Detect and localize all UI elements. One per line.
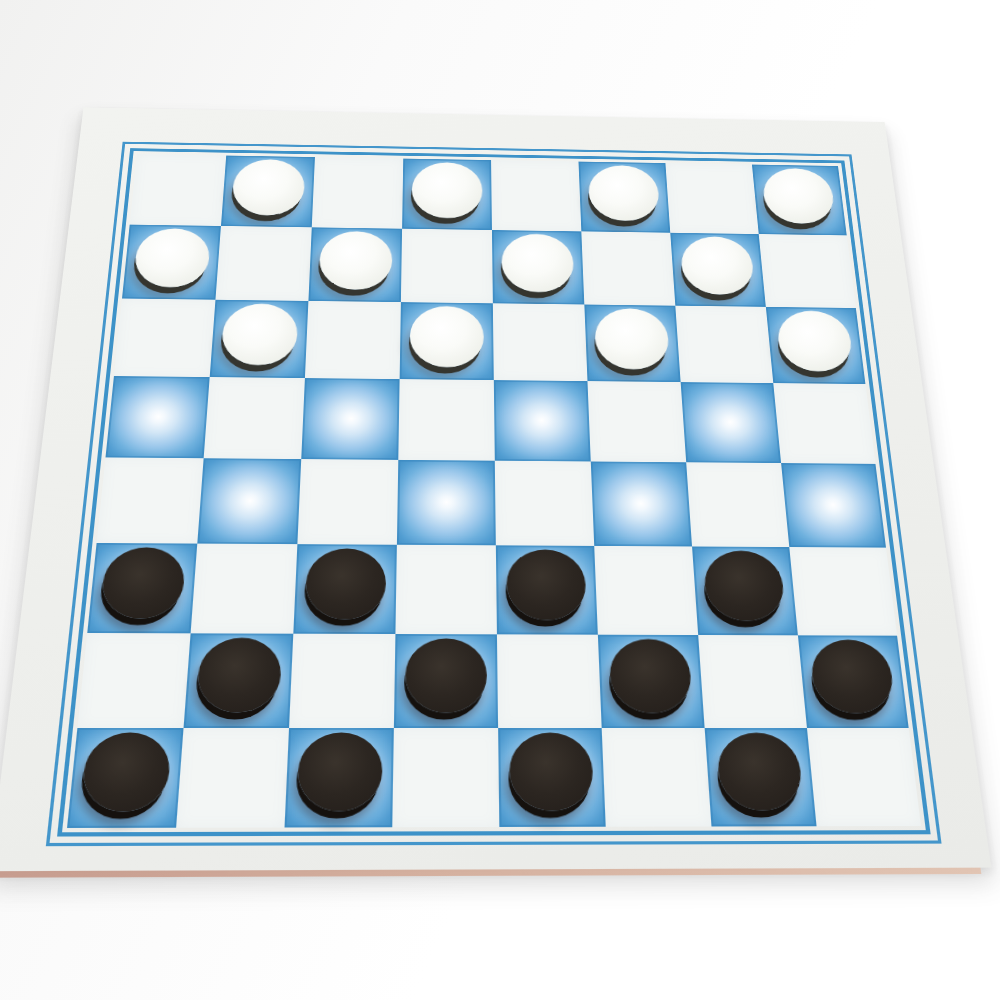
- black-checker[interactable]: [509, 732, 595, 811]
- square-r1c2[interactable]: [221, 156, 315, 228]
- black-checker[interactable]: [296, 732, 383, 811]
- white-checker[interactable]: [761, 168, 837, 225]
- square-r7c8[interactable]: [798, 635, 909, 728]
- black-checker[interactable]: [808, 639, 896, 713]
- square-r8c4: [392, 728, 499, 827]
- square-r7c1: [77, 633, 190, 728]
- square-r4c5[interactable]: [494, 380, 591, 461]
- board-plane: [67, 154, 921, 828]
- square-r8c5[interactable]: [498, 728, 606, 827]
- square-r2c1[interactable]: [122, 225, 221, 300]
- square-r2c7[interactable]: [670, 233, 766, 307]
- square-r1c3: [312, 157, 403, 229]
- square-r2c2: [215, 226, 311, 301]
- square-r7c4[interactable]: [394, 634, 498, 728]
- square-r1c4[interactable]: [402, 159, 492, 230]
- square-r7c7: [698, 635, 807, 728]
- square-r8c8: [807, 728, 921, 826]
- square-r6c8: [789, 547, 897, 636]
- white-checker[interactable]: [501, 233, 575, 292]
- black-checker[interactable]: [506, 549, 587, 620]
- black-checker[interactable]: [99, 547, 187, 619]
- square-r5c7: [686, 462, 789, 547]
- square-r4c6: [587, 381, 686, 462]
- square-r4c8: [773, 383, 875, 464]
- square-r4c7[interactable]: [681, 382, 781, 463]
- black-checker[interactable]: [405, 638, 488, 713]
- square-r6c2: [191, 544, 298, 634]
- square-r2c8: [759, 234, 856, 308]
- white-checker[interactable]: [133, 228, 212, 288]
- white-checker[interactable]: [318, 231, 393, 291]
- black-checker[interactable]: [80, 732, 173, 812]
- square-r2c3[interactable]: [308, 227, 402, 302]
- square-r1c8[interactable]: [752, 165, 847, 236]
- black-checker[interactable]: [304, 548, 387, 620]
- square-r3c2[interactable]: [210, 300, 309, 378]
- square-r3c1: [114, 299, 216, 378]
- square-r2c6: [581, 231, 675, 305]
- black-checker[interactable]: [702, 550, 787, 621]
- square-r1c5: [491, 160, 581, 231]
- square-r2c5[interactable]: [492, 230, 584, 304]
- square-r7c3: [289, 634, 395, 728]
- square-r1c7: [665, 163, 758, 234]
- square-r4c1[interactable]: [105, 376, 209, 458]
- white-checker[interactable]: [220, 303, 299, 366]
- square-r8c7[interactable]: [705, 728, 817, 826]
- square-r7c6[interactable]: [598, 635, 705, 729]
- square-r8c3[interactable]: [285, 728, 394, 827]
- square-r1c1: [130, 154, 227, 226]
- square-r6c7[interactable]: [692, 546, 798, 635]
- black-checker[interactable]: [608, 639, 693, 714]
- square-r7c5: [497, 634, 602, 728]
- white-checker[interactable]: [231, 159, 306, 216]
- square-r3c4[interactable]: [400, 302, 494, 380]
- square-r7c2[interactable]: [184, 633, 294, 728]
- square-r6c3[interactable]: [293, 544, 397, 634]
- square-r4c4: [398, 379, 495, 461]
- square-r8c6: [602, 728, 712, 827]
- square-r5c8[interactable]: [781, 463, 886, 548]
- white-checker[interactable]: [587, 165, 660, 222]
- white-checker[interactable]: [775, 310, 855, 372]
- white-checker[interactable]: [409, 306, 484, 368]
- square-r3c5: [493, 303, 588, 381]
- board-grid: [67, 154, 921, 828]
- square-r4c3[interactable]: [301, 378, 399, 460]
- square-r3c8[interactable]: [766, 307, 866, 384]
- photo-scene: [0, 0, 1000, 1000]
- square-r4c2: [204, 377, 305, 459]
- square-r1c6[interactable]: [578, 162, 670, 233]
- square-r2c4: [401, 229, 493, 304]
- black-checker[interactable]: [195, 637, 283, 712]
- square-r6c6: [594, 546, 698, 635]
- square-r5c6[interactable]: [591, 461, 692, 546]
- square-r6c4: [395, 545, 497, 635]
- square-r5c1: [97, 457, 204, 543]
- square-r8c1[interactable]: [67, 728, 184, 828]
- square-r5c2[interactable]: [197, 458, 301, 544]
- white-checker[interactable]: [679, 236, 755, 295]
- square-r5c4[interactable]: [397, 460, 496, 545]
- square-r3c3: [305, 301, 401, 379]
- square-r3c7: [675, 306, 773, 383]
- black-checker[interactable]: [715, 732, 804, 810]
- square-r6c5[interactable]: [496, 545, 598, 634]
- square-r6c1[interactable]: [87, 543, 197, 633]
- square-r5c5: [495, 461, 594, 546]
- square-r3c6[interactable]: [584, 305, 680, 383]
- square-r5c3: [297, 459, 398, 545]
- white-checker[interactable]: [594, 308, 671, 370]
- white-checker[interactable]: [411, 162, 483, 219]
- square-r8c2: [176, 728, 289, 828]
